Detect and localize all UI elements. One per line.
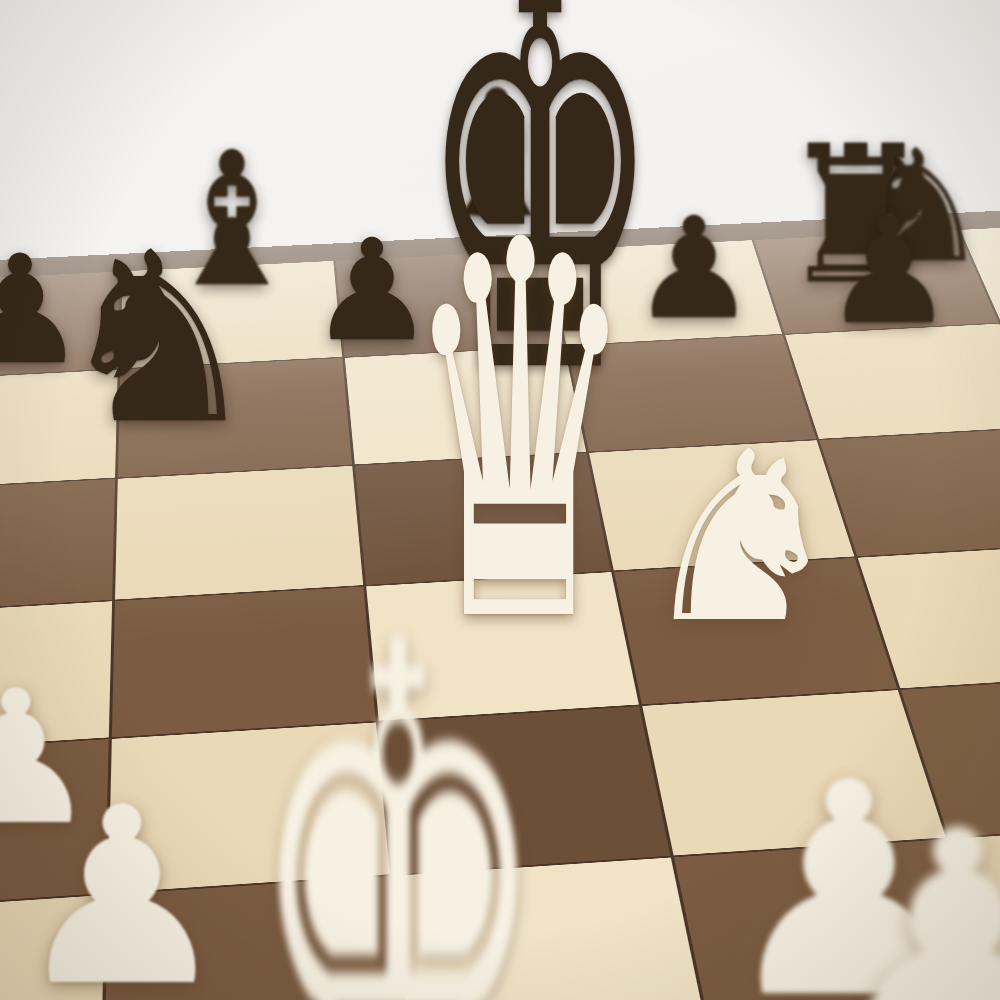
board-square-c4 — [108, 722, 389, 893]
board-square-e7 — [566, 335, 816, 452]
board-square-c5 — [112, 586, 376, 737]
black-bishop: ♝ — [430, 67, 563, 242]
board-square-e5 — [614, 558, 898, 704]
board-square-f7 — [785, 324, 1000, 439]
board-square-e8 — [546, 240, 782, 345]
board-square-b4 — [0, 739, 109, 912]
board-square-b8 — [0, 271, 120, 380]
board-square-b5 — [0, 601, 112, 754]
board-square-b3 — [0, 895, 105, 1000]
board-grid — [0, 210, 1000, 1000]
board-square-b6 — [0, 479, 115, 614]
board-square-e4 — [642, 690, 947, 856]
board-square-d3 — [393, 858, 706, 1000]
chess-board — [0, 192, 1000, 1000]
board-square-b7 — [0, 370, 117, 491]
board-square-f8 — [754, 230, 998, 334]
board-square-e3 — [674, 839, 1000, 1000]
chess-photo-scene: ♝♝♞♜♟♟♟♟♚♞♞♛♟♟♟♟♚ — [0, 0, 1000, 1000]
board-square-c3 — [104, 876, 406, 1000]
board-square-d7 — [344, 346, 585, 464]
board-square-d4 — [379, 706, 670, 874]
board-square-d8 — [335, 250, 563, 356]
board-square-d6 — [355, 453, 611, 585]
board-square-d5 — [366, 572, 639, 720]
board-square-c8 — [120, 261, 342, 368]
board-square-c7 — [118, 358, 352, 477]
board-square-c6 — [115, 466, 363, 600]
board-square-e6 — [589, 440, 855, 570]
